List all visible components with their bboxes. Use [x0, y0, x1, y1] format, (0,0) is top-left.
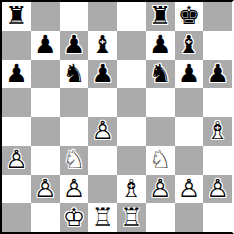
square-b1[interactable] — [31, 203, 60, 232]
piece-glyph: ♟ — [88, 60, 117, 89]
square-e3[interactable] — [117, 146, 146, 175]
black-pawn: ♟ — [2, 60, 31, 89]
piece-outline-layer: ♘ — [60, 146, 89, 175]
black-pawn: ♟ — [203, 60, 232, 89]
white-pawn: ♟♙ — [146, 175, 175, 204]
white-rook: ♜♖ — [88, 203, 117, 232]
piece-outline-layer: ♙ — [203, 175, 232, 204]
piece-outline-layer: ♖ — [88, 203, 117, 232]
square-f3[interactable]: ♞♘ — [146, 146, 175, 175]
square-f8[interactable]: ♜ — [146, 2, 175, 31]
black-pawn: ♟ — [175, 60, 204, 89]
square-a6[interactable]: ♟ — [2, 60, 31, 89]
piece-glyph: ♞ — [146, 60, 175, 89]
square-b3[interactable] — [31, 146, 60, 175]
square-d5[interactable] — [88, 88, 117, 117]
square-g1[interactable] — [175, 203, 204, 232]
white-pawn: ♟♙ — [88, 117, 117, 146]
black-bishop: ♝ — [175, 31, 204, 60]
black-rook: ♜ — [2, 2, 31, 31]
square-g5[interactable] — [175, 88, 204, 117]
square-b7[interactable]: ♟ — [31, 31, 60, 60]
white-knight: ♞♘ — [60, 146, 89, 175]
white-king: ♚♔ — [60, 203, 89, 232]
square-a2[interactable] — [2, 175, 31, 204]
white-knight: ♞♘ — [146, 146, 175, 175]
white-bishop: ♝♗ — [203, 117, 232, 146]
square-d7[interactable]: ♝ — [88, 31, 117, 60]
black-knight: ♞ — [60, 60, 89, 89]
black-rook: ♜ — [146, 2, 175, 31]
white-pawn: ♟♙ — [31, 175, 60, 204]
square-g7[interactable]: ♝ — [175, 31, 204, 60]
square-a1[interactable] — [2, 203, 31, 232]
black-pawn: ♟ — [146, 31, 175, 60]
piece-glyph: ♟ — [203, 60, 232, 89]
square-e7[interactable] — [117, 31, 146, 60]
piece-outline-layer: ♖ — [117, 203, 146, 232]
piece-glyph: ♞ — [60, 60, 89, 89]
piece-outline-layer: ♙ — [60, 175, 89, 204]
piece-glyph: ♜ — [2, 2, 31, 31]
square-d4[interactable]: ♟♙ — [88, 117, 117, 146]
square-a7[interactable] — [2, 31, 31, 60]
square-e6[interactable] — [117, 60, 146, 89]
piece-glyph: ♝ — [88, 31, 117, 60]
white-pawn: ♟♙ — [175, 175, 204, 204]
square-c6[interactable]: ♞ — [60, 60, 89, 89]
square-c1[interactable]: ♚♔ — [60, 203, 89, 232]
piece-glyph: ♚ — [175, 2, 204, 31]
square-e4[interactable] — [117, 117, 146, 146]
piece-glyph: ♟ — [146, 31, 175, 60]
square-f5[interactable] — [146, 88, 175, 117]
square-c5[interactable] — [60, 88, 89, 117]
piece-glyph: ♝ — [175, 31, 204, 60]
square-f1[interactable] — [146, 203, 175, 232]
square-f6[interactable]: ♞ — [146, 60, 175, 89]
square-b8[interactable] — [31, 2, 60, 31]
square-d3[interactable] — [88, 146, 117, 175]
black-pawn: ♟ — [31, 31, 60, 60]
square-h5[interactable] — [203, 88, 232, 117]
square-h2[interactable]: ♟♙ — [203, 175, 232, 204]
piece-outline-layer: ♙ — [175, 175, 204, 204]
piece-outline-layer: ♔ — [60, 203, 89, 232]
square-f4[interactable] — [146, 117, 175, 146]
piece-glyph: ♟ — [60, 31, 89, 60]
piece-outline-layer: ♗ — [117, 175, 146, 204]
square-e8[interactable] — [117, 2, 146, 31]
square-d6[interactable]: ♟ — [88, 60, 117, 89]
square-c3[interactable]: ♞♘ — [60, 146, 89, 175]
black-bishop: ♝ — [88, 31, 117, 60]
black-knight: ♞ — [146, 60, 175, 89]
black-pawn: ♟ — [60, 31, 89, 60]
piece-glyph: ♟ — [175, 60, 204, 89]
piece-glyph: ♟ — [2, 60, 31, 89]
white-rook: ♜♖ — [117, 203, 146, 232]
piece-outline-layer: ♙ — [88, 117, 117, 146]
square-h4[interactable]: ♝♗ — [203, 117, 232, 146]
square-b4[interactable] — [31, 117, 60, 146]
piece-outline-layer: ♙ — [31, 175, 60, 204]
black-king: ♚ — [175, 2, 204, 31]
square-a4[interactable] — [2, 117, 31, 146]
square-a3[interactable]: ♟♙ — [2, 146, 31, 175]
square-g3[interactable] — [175, 146, 204, 175]
white-pawn: ♟♙ — [60, 175, 89, 204]
white-pawn: ♟♙ — [203, 175, 232, 204]
square-e1[interactable]: ♜♖ — [117, 203, 146, 232]
black-pawn: ♟ — [88, 60, 117, 89]
square-c2[interactable]: ♟♙ — [60, 175, 89, 204]
square-h7[interactable] — [203, 31, 232, 60]
square-c7[interactable]: ♟ — [60, 31, 89, 60]
square-h6[interactable]: ♟ — [203, 60, 232, 89]
square-d8[interactable] — [88, 2, 117, 31]
piece-glyph: ♜ — [146, 2, 175, 31]
square-a5[interactable] — [2, 88, 31, 117]
square-g2[interactable]: ♟♙ — [175, 175, 204, 204]
square-d2[interactable] — [88, 175, 117, 204]
square-b5[interactable] — [31, 88, 60, 117]
square-g4[interactable] — [175, 117, 204, 146]
square-f7[interactable]: ♟ — [146, 31, 175, 60]
white-pawn: ♟♙ — [2, 146, 31, 175]
square-h3[interactable] — [203, 146, 232, 175]
square-b6[interactable] — [31, 60, 60, 89]
square-b2[interactable]: ♟♙ — [31, 175, 60, 204]
square-e5[interactable] — [117, 88, 146, 117]
piece-glyph: ♟ — [31, 31, 60, 60]
square-h1[interactable] — [203, 203, 232, 232]
square-a8[interactable]: ♜ — [2, 2, 31, 31]
chess-board: ♜♜♚♟♟♝♟♝♟♞♟♞♟♟♟♙♝♗♟♙♞♘♞♘♟♙♟♙♝♗♟♙♟♙♟♙♚♔♜♖… — [0, 0, 234, 234]
square-e2[interactable]: ♝♗ — [117, 175, 146, 204]
square-f2[interactable]: ♟♙ — [146, 175, 175, 204]
square-d1[interactable]: ♜♖ — [88, 203, 117, 232]
square-c4[interactable] — [60, 117, 89, 146]
square-g6[interactable]: ♟ — [175, 60, 204, 89]
chess-diagram: ♜♜♚♟♟♝♟♝♟♞♟♞♟♟♟♙♝♗♟♙♞♘♞♘♟♙♟♙♝♗♟♙♟♙♟♙♚♔♜♖… — [0, 0, 234, 234]
piece-outline-layer: ♗ — [203, 117, 232, 146]
square-g8[interactable]: ♚ — [175, 2, 204, 31]
piece-outline-layer: ♙ — [146, 175, 175, 204]
white-bishop: ♝♗ — [117, 175, 146, 204]
square-h8[interactable] — [203, 2, 232, 31]
piece-outline-layer: ♙ — [2, 146, 31, 175]
piece-outline-layer: ♘ — [146, 146, 175, 175]
square-c8[interactable] — [60, 2, 89, 31]
